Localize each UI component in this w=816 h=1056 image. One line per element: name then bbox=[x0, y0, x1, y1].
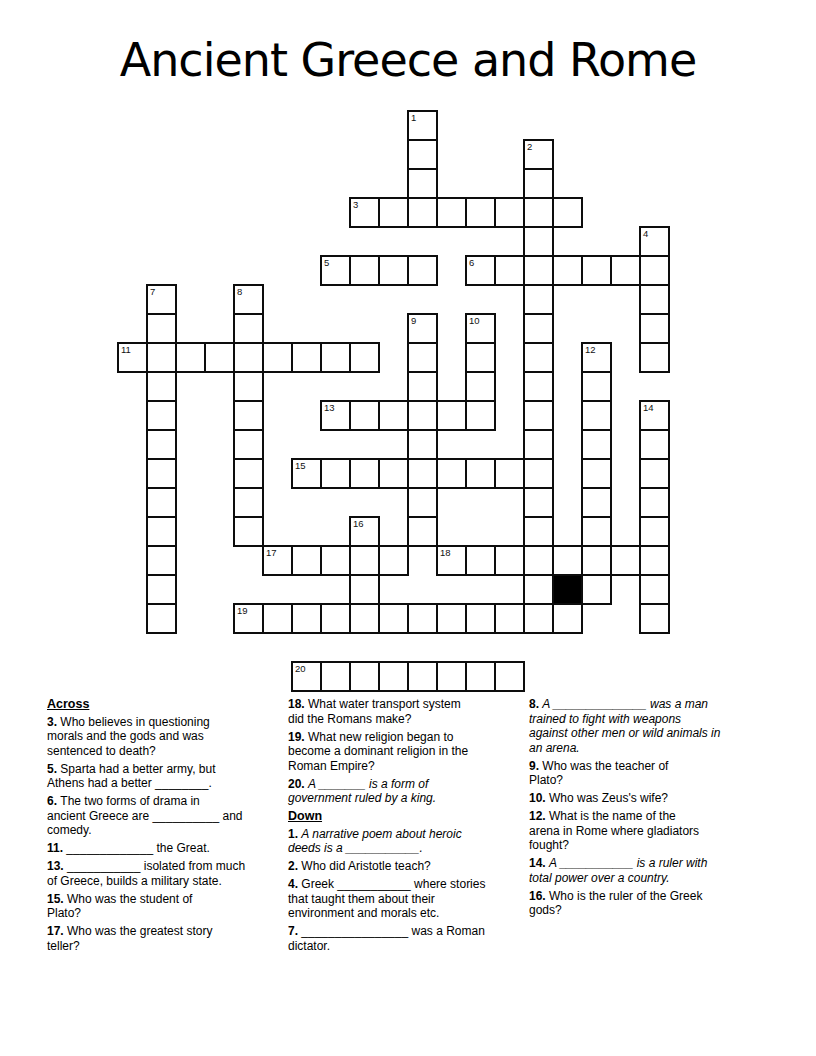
cell-r19c8[interactable] bbox=[349, 661, 380, 692]
cell-r5c9[interactable] bbox=[378, 255, 409, 286]
cell-number-14: 14 bbox=[643, 402, 654, 413]
cell-r17c9[interactable] bbox=[378, 603, 409, 634]
clue-14: 14. A ___________ is a ruler withtotal p… bbox=[529, 856, 769, 885]
cell-r2c10[interactable] bbox=[407, 168, 438, 199]
cell-r14c10[interactable] bbox=[407, 516, 438, 547]
cell-r0c10[interactable]: 1 bbox=[407, 110, 438, 141]
cell-r15c18[interactable] bbox=[639, 545, 670, 576]
clue-19-line-2: become a dominant religion in the bbox=[288, 744, 468, 758]
cell-r4c18[interactable]: 4 bbox=[639, 226, 670, 257]
cell-r7c18[interactable] bbox=[639, 313, 670, 344]
cell-r11c10[interactable] bbox=[407, 429, 438, 460]
cell-number-3: 3 bbox=[353, 199, 358, 210]
clue-number-5: 5. bbox=[47, 762, 60, 776]
cell-r4c14[interactable] bbox=[523, 226, 554, 257]
cell-r19c6[interactable]: 20 bbox=[291, 661, 322, 692]
clue-number-9: 9. bbox=[529, 759, 542, 773]
clue-9-line-1: Who was the teacher of bbox=[542, 759, 668, 773]
cell-r15c12[interactable] bbox=[465, 545, 496, 576]
cell-r10c12[interactable] bbox=[465, 400, 496, 431]
cell-r19c12[interactable] bbox=[465, 661, 496, 692]
cell-r13c14[interactable] bbox=[523, 487, 554, 518]
clue-18-line-2: did the Romans make? bbox=[288, 712, 411, 726]
cell-r3c9[interactable] bbox=[378, 197, 409, 228]
cell-number-12: 12 bbox=[585, 344, 596, 355]
cell-r1c10[interactable] bbox=[407, 139, 438, 170]
cell-r17c10[interactable] bbox=[407, 603, 438, 634]
cell-r14c18[interactable] bbox=[639, 516, 670, 547]
clues-column-right: 8. A ______________ was a mantrained to … bbox=[529, 697, 769, 921]
clue-number-20: 20. bbox=[288, 777, 308, 791]
cell-r7c10[interactable]: 9 bbox=[407, 313, 438, 344]
page-title: Ancient Greece and Rome bbox=[0, 30, 816, 90]
cell-r14c1[interactable] bbox=[146, 516, 177, 547]
clue-15-line-2: Plato? bbox=[47, 906, 81, 920]
clue-13-line-2: of Greece, builds a military state. bbox=[47, 874, 222, 888]
cell-r5c10[interactable] bbox=[407, 255, 438, 286]
cell-r8c16[interactable]: 12 bbox=[581, 342, 612, 373]
cell-r17c15[interactable] bbox=[552, 603, 583, 634]
cell-r2c14[interactable] bbox=[523, 168, 554, 199]
cell-r15c7[interactable] bbox=[320, 545, 351, 576]
cell-r19c7[interactable] bbox=[320, 661, 351, 692]
crossword-page: Ancient Greece and Rome 1234567891011121… bbox=[0, 0, 816, 1056]
cell-r14c8[interactable]: 16 bbox=[349, 516, 380, 547]
cell-r17c13[interactable] bbox=[494, 603, 525, 634]
clue-8-line-3: against other men or wild animals in bbox=[529, 726, 720, 740]
clue-4-line-3: environment and morals etc. bbox=[288, 906, 439, 920]
cell-r11c1[interactable] bbox=[146, 429, 177, 460]
cell-number-7: 7 bbox=[150, 286, 155, 297]
cell-r11c18[interactable] bbox=[639, 429, 670, 460]
cell-r10c16[interactable] bbox=[581, 400, 612, 431]
clue-9-line-2: Plato? bbox=[529, 773, 563, 787]
cell-r10c8[interactable] bbox=[349, 400, 380, 431]
clue-2-line-1: Who did Aristotle teach? bbox=[301, 859, 430, 873]
cell-r15c13[interactable] bbox=[494, 545, 525, 576]
clue-15: 15. Who was the student ofPlato? bbox=[47, 892, 273, 921]
cell-r8c7[interactable] bbox=[320, 342, 351, 373]
clue-20: 20. A _______ is a form ofgovernment rul… bbox=[288, 777, 516, 806]
cell-number-9: 9 bbox=[411, 315, 416, 326]
cell-r9c10[interactable] bbox=[407, 371, 438, 402]
across-header: Across bbox=[47, 697, 273, 712]
clue-16-line-1: Who is the ruler of the Greek bbox=[549, 889, 702, 903]
clue-19-line-3: Roman Empire? bbox=[288, 759, 375, 773]
cell-r10c14[interactable] bbox=[523, 400, 554, 431]
cell-r16c1[interactable] bbox=[146, 574, 177, 605]
cell-r17c5[interactable] bbox=[262, 603, 293, 634]
clue-7: 7. ________________ was a Romandictator. bbox=[288, 924, 516, 953]
cell-r12c18[interactable] bbox=[639, 458, 670, 489]
cell-r17c1[interactable] bbox=[146, 603, 177, 634]
cell-r17c6[interactable] bbox=[291, 603, 322, 634]
cell-r5c7[interactable]: 5 bbox=[320, 255, 351, 286]
clue-3-line-1: Who believes in questioning bbox=[60, 715, 209, 729]
clue-number-15: 15. bbox=[47, 892, 67, 906]
clue-18-line-1: What water transport system bbox=[308, 697, 461, 711]
cell-number-17: 17 bbox=[266, 547, 277, 558]
cell-r10c10[interactable] bbox=[407, 400, 438, 431]
cell-r17c11[interactable] bbox=[436, 603, 467, 634]
clue-7-line-1: ________________ was a Roman bbox=[301, 924, 484, 938]
cell-r15c16[interactable] bbox=[581, 545, 612, 576]
cell-r3c12[interactable] bbox=[465, 197, 496, 228]
clue-number-2: 2. bbox=[288, 859, 301, 873]
cell-r17c12[interactable] bbox=[465, 603, 496, 634]
cell-r15c14[interactable] bbox=[523, 545, 554, 576]
cell-r10c9[interactable] bbox=[378, 400, 409, 431]
cell-r9c4[interactable] bbox=[233, 371, 264, 402]
clue-11-line-1: _____________ the Great. bbox=[66, 841, 209, 855]
down-header: Down bbox=[288, 809, 516, 824]
clue-19: 19. What new religion began tobecome a d… bbox=[288, 730, 516, 774]
cell-r11c16[interactable] bbox=[581, 429, 612, 460]
cell-number-19: 19 bbox=[237, 605, 248, 616]
cell-r6c18[interactable] bbox=[639, 284, 670, 315]
clue-12-line-3: fought? bbox=[529, 838, 569, 852]
clue-20-line-1: A _______ is a form of bbox=[308, 777, 428, 791]
clue-6: 6. The two forms of drama inancient Gree… bbox=[47, 794, 273, 838]
clue-3: 3. Who believes in questioningmorals and… bbox=[47, 715, 273, 759]
cell-r8c8[interactable] bbox=[349, 342, 380, 373]
cell-r11c4[interactable] bbox=[233, 429, 264, 460]
clue-number-13: 13. bbox=[47, 859, 67, 873]
cell-r17c7[interactable] bbox=[320, 603, 351, 634]
cell-r11c14[interactable] bbox=[523, 429, 554, 460]
cell-r1c14[interactable]: 2 bbox=[523, 139, 554, 170]
clue-5-line-2: Athens had a better ________. bbox=[47, 776, 212, 790]
cell-r12c1[interactable] bbox=[146, 458, 177, 489]
cell-r12c9[interactable] bbox=[378, 458, 409, 489]
clue-number-17: 17. bbox=[47, 924, 67, 938]
clue-7-line-2: dictator. bbox=[288, 939, 330, 953]
cell-r3c11[interactable] bbox=[436, 197, 467, 228]
clue-17-line-2: teller? bbox=[47, 939, 80, 953]
cell-r10c4[interactable] bbox=[233, 400, 264, 431]
cell-number-4: 4 bbox=[643, 228, 648, 239]
clue-number-8: 8. bbox=[529, 697, 542, 711]
cell-r8c2[interactable] bbox=[175, 342, 206, 373]
cell-r6c1[interactable]: 7 bbox=[146, 284, 177, 315]
clue-2: 2. Who did Aristotle teach? bbox=[288, 859, 516, 874]
cell-r5c14[interactable] bbox=[523, 255, 554, 286]
cell-r8c4[interactable] bbox=[233, 342, 264, 373]
cell-number-8: 8 bbox=[237, 286, 242, 297]
cell-r12c14[interactable] bbox=[523, 458, 554, 489]
clue-number-11: 11. bbox=[47, 841, 66, 855]
cell-r8c5[interactable] bbox=[262, 342, 293, 373]
clue-15-line-1: Who was the student of bbox=[67, 892, 192, 906]
cell-r12c13[interactable] bbox=[494, 458, 525, 489]
cell-r16c18[interactable] bbox=[639, 574, 670, 605]
clue-18: 18. What water transport systemdid the R… bbox=[288, 697, 516, 726]
cell-r8c1[interactable] bbox=[146, 342, 177, 373]
cell-number-10: 10 bbox=[469, 315, 480, 326]
clue-8-line-4: an arena. bbox=[529, 741, 580, 755]
cell-number-11: 11 bbox=[121, 344, 131, 355]
cell-r13c1[interactable] bbox=[146, 487, 177, 518]
cell-r17c4[interactable]: 19 bbox=[233, 603, 264, 634]
black-cell-r16c15 bbox=[552, 574, 583, 605]
cell-r7c14[interactable] bbox=[523, 313, 554, 344]
cell-r12c8[interactable] bbox=[349, 458, 380, 489]
clue-14-line-2: total power over a country. bbox=[529, 871, 670, 885]
cell-r6c14[interactable] bbox=[523, 284, 554, 315]
clue-16-line-2: gods? bbox=[529, 903, 562, 917]
cell-r5c12[interactable]: 6 bbox=[465, 255, 496, 286]
clue-number-12: 12. bbox=[529, 809, 549, 823]
clue-13: 13. ___________ isolated from muchof Gre… bbox=[47, 859, 273, 888]
cell-r19c11[interactable] bbox=[436, 661, 467, 692]
cell-r3c14[interactable] bbox=[523, 197, 554, 228]
cell-r8c10[interactable] bbox=[407, 342, 438, 373]
cell-r15c8[interactable] bbox=[349, 545, 380, 576]
clue-number-19: 19. bbox=[288, 730, 308, 744]
clue-number-10: 10. bbox=[529, 791, 549, 805]
cell-r5c8[interactable] bbox=[349, 255, 380, 286]
cell-r19c10[interactable] bbox=[407, 661, 438, 692]
cell-r13c10[interactable] bbox=[407, 487, 438, 518]
cell-number-5: 5 bbox=[324, 257, 329, 268]
cell-r12c16[interactable] bbox=[581, 458, 612, 489]
clue-17-line-1: Who was the greatest story bbox=[67, 924, 212, 938]
cell-r8c12[interactable] bbox=[465, 342, 496, 373]
clue-12-line-2: arena in Rome where gladiators bbox=[529, 824, 699, 838]
cell-r7c4[interactable] bbox=[233, 313, 264, 344]
clue-number-18: 18. bbox=[288, 697, 308, 711]
clue-19-line-1: What new religion began to bbox=[308, 730, 453, 744]
clue-1-line-2: deeds is a ___________. bbox=[288, 841, 423, 855]
cell-r8c0[interactable]: 11 bbox=[117, 342, 148, 373]
clues-column-middle: 18. What water transport systemdid the R… bbox=[288, 697, 516, 957]
cell-number-13: 13 bbox=[324, 402, 335, 413]
clue-8: 8. A ______________ was a mantrained to … bbox=[529, 697, 769, 755]
cell-r9c1[interactable] bbox=[146, 371, 177, 402]
cell-r15c5[interactable]: 17 bbox=[262, 545, 293, 576]
cell-r3c10[interactable] bbox=[407, 197, 438, 228]
cell-r9c16[interactable] bbox=[581, 371, 612, 402]
cell-r10c18[interactable]: 14 bbox=[639, 400, 670, 431]
cell-r6c4[interactable]: 8 bbox=[233, 284, 264, 315]
clues-column-across: Across3. Who believes in questioningmora… bbox=[47, 697, 273, 957]
cell-r8c6[interactable] bbox=[291, 342, 322, 373]
cell-r12c11[interactable] bbox=[436, 458, 467, 489]
cell-number-16: 16 bbox=[353, 518, 364, 529]
cell-number-15: 15 bbox=[295, 460, 306, 471]
clue-9: 9. Who was the teacher ofPlato? bbox=[529, 759, 769, 788]
cell-r12c12[interactable] bbox=[465, 458, 496, 489]
cell-r16c14[interactable] bbox=[523, 574, 554, 605]
cell-r13c16[interactable] bbox=[581, 487, 612, 518]
clue-number-7: 7. bbox=[288, 924, 301, 938]
clue-17: 17. Who was the greatest storyteller? bbox=[47, 924, 273, 953]
clue-4-line-1: Greek ___________ where stories bbox=[301, 877, 485, 891]
cell-r5c15[interactable] bbox=[552, 255, 583, 286]
cell-r5c18[interactable] bbox=[639, 255, 670, 286]
clue-3-line-3: sentenced to death? bbox=[47, 744, 156, 758]
clue-12: 12. What is the name of thearena in Rome… bbox=[529, 809, 769, 853]
clue-11: 11. _____________ the Great. bbox=[47, 841, 273, 856]
cell-r10c1[interactable] bbox=[146, 400, 177, 431]
clue-5: 5. Sparta had a better army, butAthens h… bbox=[47, 762, 273, 791]
cell-r8c3[interactable] bbox=[204, 342, 235, 373]
cell-r15c11[interactable]: 18 bbox=[436, 545, 467, 576]
clue-number-4: 4. bbox=[288, 877, 301, 891]
cell-r10c7[interactable]: 13 bbox=[320, 400, 351, 431]
cell-r17c18[interactable] bbox=[639, 603, 670, 634]
clue-number-6: 6. bbox=[47, 794, 60, 808]
clue-13-line-1: ___________ isolated from much bbox=[67, 859, 245, 873]
cell-r12c4[interactable] bbox=[233, 458, 264, 489]
cell-r15c9[interactable] bbox=[378, 545, 409, 576]
clue-1: 1. A narrative poem about heroicdeeds is… bbox=[288, 827, 516, 856]
cell-r14c16[interactable] bbox=[581, 516, 612, 547]
cell-r8c14[interactable] bbox=[523, 342, 554, 373]
clue-8-line-2: trained to fight with weapons bbox=[529, 712, 681, 726]
cell-r13c18[interactable] bbox=[639, 487, 670, 518]
clue-10: 10. Who was Zeus's wife? bbox=[529, 791, 769, 806]
clue-1-line-1: A narrative poem about heroic bbox=[301, 827, 461, 841]
cell-r14c4[interactable] bbox=[233, 516, 264, 547]
clue-number-1: 1. bbox=[288, 827, 301, 841]
cell-r7c1[interactable] bbox=[146, 313, 177, 344]
cell-r19c13[interactable] bbox=[494, 661, 525, 692]
clue-6-line-1: The two forms of drama in bbox=[60, 794, 199, 808]
clue-10-line-1: Who was Zeus's wife? bbox=[549, 791, 668, 805]
cell-r5c16[interactable] bbox=[581, 255, 612, 286]
clue-3-line-2: morals and the gods and was bbox=[47, 729, 204, 743]
cell-r3c8[interactable]: 3 bbox=[349, 197, 380, 228]
cell-r16c16[interactable] bbox=[581, 574, 612, 605]
cell-r12c10[interactable] bbox=[407, 458, 438, 489]
clue-4: 4. Greek ___________ where storiesthat t… bbox=[288, 877, 516, 921]
clue-number-3: 3. bbox=[47, 715, 60, 729]
cell-r3c13[interactable] bbox=[494, 197, 525, 228]
crossword-grid: 1234567891011121314151617181920 bbox=[117, 110, 668, 690]
cell-r15c17[interactable] bbox=[610, 545, 641, 576]
clue-16: 16. Who is the ruler of the Greekgods? bbox=[529, 889, 769, 918]
cell-number-1: 1 bbox=[411, 112, 416, 123]
cell-r12c7[interactable] bbox=[320, 458, 351, 489]
cell-r7c12[interactable]: 10 bbox=[465, 313, 496, 344]
cell-number-18: 18 bbox=[440, 547, 451, 558]
clue-6-line-2: ancient Greece are __________ and bbox=[47, 809, 243, 823]
cell-r15c6[interactable] bbox=[291, 545, 322, 576]
cell-r5c13[interactable] bbox=[494, 255, 525, 286]
cell-number-2: 2 bbox=[527, 141, 532, 152]
clue-4-line-2: that taught them about their bbox=[288, 892, 435, 906]
cell-r3c15[interactable] bbox=[552, 197, 583, 228]
cell-r13c4[interactable] bbox=[233, 487, 264, 518]
clue-5-line-1: Sparta had a better army, but bbox=[60, 762, 215, 776]
clue-6-line-3: comedy. bbox=[47, 823, 91, 837]
cell-number-6: 6 bbox=[469, 257, 474, 268]
cell-r15c1[interactable] bbox=[146, 545, 177, 576]
cell-r16c8[interactable] bbox=[349, 574, 380, 605]
clue-number-14: 14. bbox=[529, 856, 549, 870]
cell-r19c9[interactable] bbox=[378, 661, 409, 692]
cell-r9c12[interactable] bbox=[465, 371, 496, 402]
clue-14-line-1: A ___________ is a ruler with bbox=[549, 856, 707, 870]
cell-r15c15[interactable] bbox=[552, 545, 583, 576]
clue-8-line-1: A ______________ was a man bbox=[542, 697, 708, 711]
cell-number-20: 20 bbox=[295, 663, 306, 674]
cell-r17c14[interactable] bbox=[523, 603, 554, 634]
cell-r9c14[interactable] bbox=[523, 371, 554, 402]
clue-number-16: 16. bbox=[529, 889, 549, 903]
clue-12-line-1: What is the name of the bbox=[549, 809, 676, 823]
cell-r14c14[interactable] bbox=[523, 516, 554, 547]
clue-20-line-2: government ruled by a king. bbox=[288, 791, 436, 805]
cell-r12c6[interactable]: 15 bbox=[291, 458, 322, 489]
cell-r5c17[interactable] bbox=[610, 255, 641, 286]
cell-r8c18[interactable] bbox=[639, 342, 670, 373]
cell-r10c11[interactable] bbox=[436, 400, 467, 431]
cell-r17c8[interactable] bbox=[349, 603, 380, 634]
